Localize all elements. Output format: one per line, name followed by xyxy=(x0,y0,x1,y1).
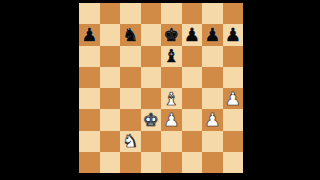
square-b8[interactable] xyxy=(100,3,121,24)
square-e8[interactable] xyxy=(161,3,182,24)
white-knight-piece: ♞ xyxy=(122,132,138,150)
white-king-piece: ♚ xyxy=(143,110,159,128)
square-a1[interactable] xyxy=(79,152,100,173)
square-e5[interactable] xyxy=(161,67,182,88)
square-f5[interactable] xyxy=(182,67,203,88)
square-c8[interactable] xyxy=(120,3,141,24)
square-a7[interactable]: ♟ xyxy=(79,24,100,45)
square-b5[interactable] xyxy=(100,67,121,88)
square-h8[interactable] xyxy=(223,3,244,24)
square-h4[interactable]: ♟ xyxy=(223,88,244,109)
square-g7[interactable]: ♟ xyxy=(202,24,223,45)
square-h5[interactable] xyxy=(223,67,244,88)
square-h7[interactable]: ♟ xyxy=(223,24,244,45)
square-b6[interactable] xyxy=(100,46,121,67)
square-a2[interactable] xyxy=(79,131,100,152)
square-h6[interactable] xyxy=(223,46,244,67)
square-a4[interactable] xyxy=(79,88,100,109)
white-pawn-piece: ♟ xyxy=(225,89,241,107)
square-a6[interactable] xyxy=(79,46,100,67)
black-bishop-piece: ♝ xyxy=(163,47,179,65)
black-pawn-piece: ♟ xyxy=(81,25,97,43)
square-d8[interactable] xyxy=(141,3,162,24)
black-king-piece: ♚ xyxy=(163,25,179,43)
square-b3[interactable] xyxy=(100,109,121,130)
square-e7[interactable]: ♚ xyxy=(161,24,182,45)
square-f2[interactable] xyxy=(182,131,203,152)
square-a5[interactable] xyxy=(79,67,100,88)
square-f7[interactable]: ♟ xyxy=(182,24,203,45)
black-pawn-piece: ♟ xyxy=(225,25,241,43)
square-d1[interactable] xyxy=(141,152,162,173)
square-g6[interactable] xyxy=(202,46,223,67)
letterbox-frame: ♟♞♚♟♟♟♝♝♟♚♟♟♞ xyxy=(0,0,320,180)
square-f1[interactable] xyxy=(182,152,203,173)
square-b7[interactable] xyxy=(100,24,121,45)
square-h1[interactable] xyxy=(223,152,244,173)
square-g5[interactable] xyxy=(202,67,223,88)
square-f4[interactable] xyxy=(182,88,203,109)
square-d7[interactable] xyxy=(141,24,162,45)
square-g4[interactable] xyxy=(202,88,223,109)
square-e2[interactable] xyxy=(161,131,182,152)
square-d5[interactable] xyxy=(141,67,162,88)
square-g8[interactable] xyxy=(202,3,223,24)
square-c5[interactable] xyxy=(120,67,141,88)
square-g1[interactable] xyxy=(202,152,223,173)
square-a8[interactable] xyxy=(79,3,100,24)
square-d4[interactable] xyxy=(141,88,162,109)
square-c7[interactable]: ♞ xyxy=(120,24,141,45)
square-b4[interactable] xyxy=(100,88,121,109)
black-pawn-piece: ♟ xyxy=(204,25,220,43)
square-b1[interactable] xyxy=(100,152,121,173)
square-d2[interactable] xyxy=(141,131,162,152)
square-h3[interactable] xyxy=(223,109,244,130)
square-e1[interactable] xyxy=(161,152,182,173)
square-g2[interactable] xyxy=(202,131,223,152)
square-a3[interactable] xyxy=(79,109,100,130)
square-f3[interactable] xyxy=(182,109,203,130)
white-pawn-piece: ♟ xyxy=(204,110,220,128)
square-f8[interactable] xyxy=(182,3,203,24)
square-c3[interactable] xyxy=(120,109,141,130)
square-e6[interactable]: ♝ xyxy=(161,46,182,67)
square-c6[interactable] xyxy=(120,46,141,67)
black-knight-piece: ♞ xyxy=(122,25,138,43)
square-f6[interactable] xyxy=(182,46,203,67)
white-bishop-piece: ♝ xyxy=(163,89,179,107)
black-pawn-piece: ♟ xyxy=(184,25,200,43)
square-h2[interactable] xyxy=(223,131,244,152)
chess-board: ♟♞♚♟♟♟♝♝♟♚♟♟♞ xyxy=(79,3,243,173)
square-c4[interactable] xyxy=(120,88,141,109)
square-c2[interactable]: ♞ xyxy=(120,131,141,152)
square-d6[interactable] xyxy=(141,46,162,67)
white-pawn-piece: ♟ xyxy=(163,110,179,128)
square-d3[interactable]: ♚ xyxy=(141,109,162,130)
square-b2[interactable] xyxy=(100,131,121,152)
square-c1[interactable] xyxy=(120,152,141,173)
square-g3[interactable]: ♟ xyxy=(202,109,223,130)
square-e4[interactable]: ♝ xyxy=(161,88,182,109)
square-e3[interactable]: ♟ xyxy=(161,109,182,130)
